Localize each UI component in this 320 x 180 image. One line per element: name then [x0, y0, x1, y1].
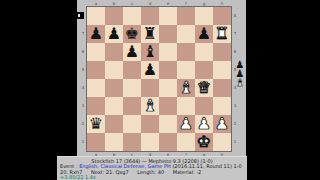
captured-material-tray: ♟♟♝: [234, 60, 246, 87]
square-d8[interactable]: [141, 7, 159, 25]
square-f8[interactable]: [177, 7, 195, 25]
piece-black-pawn-g7: ♟: [197, 25, 211, 43]
square-d3[interactable]: ♝: [141, 97, 159, 115]
game-info-footer: Stockfish 17 (3644) — Mephisto 9.3 (2208…: [57, 156, 247, 180]
piece-black-queen-a2: ♛: [89, 115, 103, 133]
square-h2[interactable]: ♟: [213, 115, 231, 133]
square-h1[interactable]: [213, 133, 231, 151]
square-d6[interactable]: ♝: [141, 43, 159, 61]
square-d7[interactable]: ♜: [141, 25, 159, 43]
square-g8[interactable]: [195, 7, 213, 25]
square-d4[interactable]: [141, 79, 159, 97]
square-a4[interactable]: [87, 79, 105, 97]
square-b3[interactable]: [105, 97, 123, 115]
square-a7[interactable]: ♟: [87, 25, 105, 43]
square-g4[interactable]: ♛: [195, 79, 213, 97]
piece-white-rook-h7: ♜: [215, 25, 229, 43]
square-g7[interactable]: ♟: [195, 25, 213, 43]
square-a2[interactable]: ♛: [87, 115, 105, 133]
square-h3[interactable]: [213, 97, 231, 115]
square-d2[interactable]: [141, 115, 159, 133]
square-e6[interactable]: [159, 43, 177, 61]
square-g5[interactable]: [195, 61, 213, 79]
coord-label-7: 7: [232, 25, 238, 43]
square-a5[interactable]: [87, 61, 105, 79]
square-h6[interactable]: [213, 43, 231, 61]
square-c6[interactable]: ♟: [123, 43, 141, 61]
square-c4[interactable]: [123, 79, 141, 97]
coord-label-8: 8: [232, 7, 238, 25]
chess-board: ♟♟♚♜♟♜♟♝♟♝♛♝♛♟♟♟♚: [86, 6, 232, 152]
piece-black-pawn-c6: ♟: [125, 43, 139, 61]
material-balance: Material: -2: [173, 170, 202, 175]
square-c1[interactable]: [123, 133, 141, 151]
piece-white-bishop-d3: ♝: [143, 97, 157, 115]
square-f6[interactable]: [177, 43, 195, 61]
piece-white-pawn-f2: ♟: [179, 115, 193, 133]
coord-label-1: 1: [232, 133, 238, 151]
tray-white-bishop-icon: ♝: [236, 78, 245, 87]
piece-white-bishop-f4: ♝: [179, 79, 193, 97]
square-f4[interactable]: ♝: [177, 79, 195, 97]
square-f1[interactable]: [177, 133, 195, 151]
square-e5[interactable]: [159, 61, 177, 79]
square-g2[interactable]: ♟: [195, 115, 213, 133]
coord-label-3: 3: [232, 97, 238, 115]
game-length: Length: 40: [137, 170, 164, 175]
square-g3[interactable]: [195, 97, 213, 115]
square-b6[interactable]: [105, 43, 123, 61]
square-e2[interactable]: [159, 115, 177, 133]
current-move: 20. Rxh7: [60, 170, 82, 175]
black-to-move-indicator: [77, 12, 84, 19]
piece-white-pawn-h2: ♟: [215, 115, 229, 133]
square-a8[interactable]: [87, 7, 105, 25]
event-details: (2016.11.11, Round 11) 1-0: [172, 164, 241, 169]
piece-black-pawn-a7: ♟: [89, 25, 103, 43]
square-f5[interactable]: [177, 61, 195, 79]
piece-black-pawn-b7: ♟: [107, 25, 121, 43]
event-label: Event :: [60, 164, 78, 169]
piece-black-rook-d7: ♜: [143, 25, 157, 43]
engine-eval: +3.80/22 1.4s: [57, 175, 247, 180]
square-d5[interactable]: ♟: [141, 61, 159, 79]
square-h7[interactable]: ♜: [213, 25, 231, 43]
piece-black-king-c7: ♚: [125, 25, 139, 43]
square-h8[interactable]: [213, 7, 231, 25]
next-move: Next: 21. Qxg7: [91, 170, 129, 175]
square-b8[interactable]: [105, 7, 123, 25]
square-e7[interactable]: [159, 25, 177, 43]
coord-label-2: 2: [232, 115, 238, 133]
square-d1[interactable]: [141, 133, 159, 151]
square-g1[interactable]: ♚: [195, 133, 213, 151]
square-b7[interactable]: ♟: [105, 25, 123, 43]
video-frame: abcdefgh abcdefgh 87654321 87654321 ♟♟♚♜…: [0, 0, 320, 180]
square-h5[interactable]: [213, 61, 231, 79]
square-e3[interactable]: [159, 97, 177, 115]
square-c8[interactable]: [123, 7, 141, 25]
square-e4[interactable]: [159, 79, 177, 97]
square-c2[interactable]: [123, 115, 141, 133]
square-b2[interactable]: [105, 115, 123, 133]
piece-white-king-g1: ♚: [197, 133, 211, 151]
square-b5[interactable]: [105, 61, 123, 79]
square-a3[interactable]: [87, 97, 105, 115]
square-a1[interactable]: [87, 133, 105, 151]
piece-black-pawn-d5: ♟: [143, 61, 157, 79]
square-f3[interactable]: [177, 97, 195, 115]
square-b1[interactable]: [105, 133, 123, 151]
square-e8[interactable]: [159, 7, 177, 25]
square-e1[interactable]: [159, 133, 177, 151]
square-g6[interactable]: [195, 43, 213, 61]
event-opening-link[interactable]: English, Classical Defense, Game PH: [79, 164, 171, 169]
square-c5[interactable]: [123, 61, 141, 79]
square-f2[interactable]: ♟: [177, 115, 195, 133]
piece-white-pawn-g2: ♟: [197, 115, 211, 133]
piece-black-bishop-d6: ♝: [143, 43, 157, 61]
square-b4[interactable]: [105, 79, 123, 97]
square-h4[interactable]: [213, 79, 231, 97]
piece-white-queen-g4: ♛: [197, 79, 211, 97]
square-a6[interactable]: [87, 43, 105, 61]
square-f7[interactable]: [177, 25, 195, 43]
square-c3[interactable]: [123, 97, 141, 115]
square-c7[interactable]: ♚: [123, 25, 141, 43]
